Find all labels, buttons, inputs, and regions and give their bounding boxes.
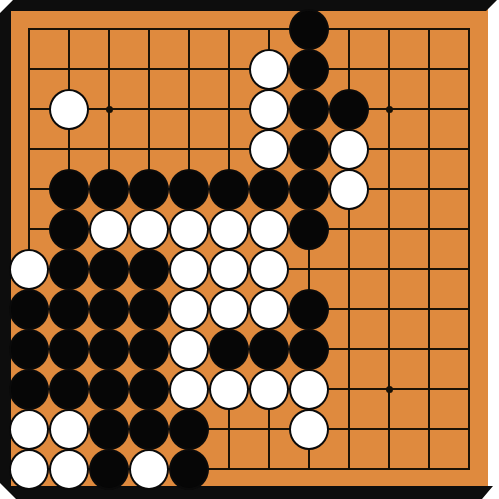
intersection-r1-c8[interactable]: ● [289,9,329,49]
intersection-r7-c6[interactable]: ○ [209,249,249,289]
black-stone: ● [289,129,329,170]
intersection-r4-c7[interactable]: ○ [249,129,289,169]
intersection-r8-c4[interactable]: ● [129,289,169,329]
intersection-r3-c1[interactable] [9,89,49,129]
white-stone: ○ [169,249,209,290]
intersection-r1-c10[interactable] [369,9,409,49]
intersection-r10-c6[interactable]: ○ [209,369,249,409]
intersection-r7-c12[interactable] [449,249,489,289]
intersection-r11-c10[interactable] [369,409,409,449]
go-board: ●○●○○●●○●○●●●●●●●○●○○○○○●○●●●○○○●●●●○○○●… [9,9,489,489]
white-stone: ○ [289,409,329,450]
black-stone: ● [49,369,89,410]
black-stone: ● [249,329,289,370]
intersection-r3-c3[interactable] [89,89,129,129]
intersection-r2-c10[interactable] [369,49,409,89]
black-stone: ● [49,169,89,210]
intersection-r7-c10[interactable] [369,249,409,289]
white-stone: ○ [129,209,169,250]
black-stone: ● [169,169,209,210]
white-stone: ○ [49,89,89,130]
go-app-window: ●○●○○●●○●○●●●●●●●○●○○○○○●○●●●○○○●●●●○○○●… [0,0,499,499]
intersection-r3-c7[interactable]: ○ [249,89,289,129]
white-stone: ○ [9,449,49,490]
black-stone: ● [49,289,89,330]
white-stone: ○ [249,369,289,410]
black-stone: ● [9,329,49,370]
intersection-r5-c4[interactable]: ● [129,169,169,209]
intersection-r8-c11[interactable] [409,289,449,329]
intersection-r5-c5[interactable]: ● [169,169,209,209]
intersection-r9-c4[interactable]: ● [129,329,169,369]
intersection-r11-c4[interactable]: ● [129,409,169,449]
white-stone: ○ [249,89,289,130]
intersection-r10-c9[interactable] [329,369,369,409]
black-stone: ● [329,89,369,130]
intersection-r2-c11[interactable] [409,49,449,89]
intersection-r11-c7[interactable] [249,409,289,449]
white-stone: ○ [169,369,209,410]
black-stone: ● [89,449,129,490]
intersection-r11-c11[interactable] [409,409,449,449]
intersection-r9-c7[interactable]: ● [249,329,289,369]
black-stone: ● [129,249,169,290]
intersection-r2-c2[interactable] [49,49,89,89]
intersection-r10-c12[interactable] [449,369,489,409]
intersection-r9-c2[interactable]: ● [49,329,89,369]
black-stone: ● [289,289,329,330]
intersection-r12-c7[interactable] [249,449,289,489]
black-stone: ● [89,289,129,330]
intersection-r1-c1[interactable] [9,9,49,49]
white-stone: ○ [89,209,129,250]
intersection-r6-c10[interactable] [369,209,409,249]
intersection-r7-c7[interactable]: ○ [249,249,289,289]
intersection-r9-c3[interactable]: ● [89,329,129,369]
intersection-r4-c5[interactable] [169,129,209,169]
white-stone: ○ [249,129,289,170]
black-stone: ● [89,249,129,290]
intersection-r12-c8[interactable] [289,449,329,489]
intersection-r8-c5[interactable]: ○ [169,289,209,329]
black-stone: ● [169,449,209,490]
black-stone: ● [169,409,209,450]
black-stone: ● [89,169,129,210]
intersection-r5-c2[interactable]: ● [49,169,89,209]
intersection-r8-c10[interactable] [369,289,409,329]
black-stone: ● [289,169,329,210]
intersection-r1-c2[interactable] [49,9,89,49]
intersection-r11-c12[interactable] [449,409,489,449]
black-stone: ● [89,369,129,410]
intersection-r8-c6[interactable]: ○ [209,289,249,329]
intersection-r5-c1[interactable] [9,169,49,209]
intersection-r11-c2[interactable]: ○ [49,409,89,449]
white-stone: ○ [209,289,249,330]
intersection-r4-c10[interactable] [369,129,409,169]
white-stone: ○ [49,449,89,490]
intersection-r11-c5[interactable]: ● [169,409,209,449]
black-stone: ● [209,169,249,210]
intersection-r10-c4[interactable]: ● [129,369,169,409]
intersection-r2-c4[interactable] [129,49,169,89]
intersection-r4-c2[interactable] [49,129,89,169]
white-stone: ○ [169,289,209,330]
intersection-r7-c5[interactable]: ○ [169,249,209,289]
intersection-r10-c1[interactable]: ● [9,369,49,409]
intersection-r7-c3[interactable]: ● [89,249,129,289]
black-stone: ● [49,209,89,250]
white-stone: ○ [329,169,369,210]
intersection-r10-c3[interactable]: ● [89,369,129,409]
intersection-r10-c10[interactable] [369,369,409,409]
intersection-r10-c5[interactable]: ○ [169,369,209,409]
white-stone: ○ [249,289,289,330]
intersection-r3-c5[interactable] [169,89,209,129]
intersection-r8-c3[interactable]: ● [89,289,129,329]
intersection-r1-c11[interactable] [409,9,449,49]
intersection-r3-c4[interactable] [129,89,169,129]
intersection-r9-c6[interactable]: ● [209,329,249,369]
black-stone: ● [289,9,329,50]
white-stone: ○ [49,409,89,450]
intersection-r7-c4[interactable]: ● [129,249,169,289]
intersection-r5-c8[interactable]: ● [289,169,329,209]
intersection-r10-c2[interactable]: ● [49,369,89,409]
intersection-r12-c1[interactable]: ○ [9,449,49,489]
intersection-r4-c3[interactable] [89,129,129,169]
intersection-r8-c7[interactable]: ○ [249,289,289,329]
intersection-r1-c3[interactable] [89,9,129,49]
intersection-r12-c2[interactable]: ○ [49,449,89,489]
intersection-r7-c2[interactable]: ● [49,249,89,289]
intersection-r7-c9[interactable] [329,249,369,289]
white-stone: ○ [169,209,209,250]
intersection-r10-c8[interactable]: ○ [289,369,329,409]
black-stone: ● [89,409,129,450]
intersection-r11-c1[interactable]: ○ [9,409,49,449]
black-stone: ● [129,289,169,330]
black-stone: ● [289,49,329,90]
intersection-r4-c11[interactable] [409,129,449,169]
intersection-r3-c6[interactable] [209,89,249,129]
intersection-r4-c4[interactable] [129,129,169,169]
black-stone: ● [289,209,329,250]
white-stone: ○ [329,129,369,170]
intersection-r2-c5[interactable] [169,49,209,89]
intersection-r9-c9[interactable] [329,329,369,369]
intersection-r6-c12[interactable] [449,209,489,249]
intersection-r9-c8[interactable]: ● [289,329,329,369]
intersection-r1-c5[interactable] [169,9,209,49]
intersection-r6-c6[interactable]: ○ [209,209,249,249]
intersection-r1-c7[interactable] [249,9,289,49]
board-grid: ●○●○○●●○●○●●●●●●●○●○○○○○●○●●●○○○●●●●○○○●… [9,9,489,489]
intersection-r12-c9[interactable] [329,449,369,489]
intersection-r4-c8[interactable]: ● [289,129,329,169]
black-stone: ● [209,329,249,370]
intersection-r6-c8[interactable]: ● [289,209,329,249]
intersection-r2-c9[interactable] [329,49,369,89]
intersection-r8-c8[interactable]: ● [289,289,329,329]
intersection-r5-c12[interactable] [449,169,489,209]
intersection-r3-c11[interactable] [409,89,449,129]
intersection-r3-c12[interactable] [449,89,489,129]
intersection-r1-c4[interactable] [129,9,169,49]
black-stone: ● [129,369,169,410]
white-stone: ○ [9,249,49,290]
intersection-r9-c10[interactable] [369,329,409,369]
intersection-r9-c5[interactable]: ○ [169,329,209,369]
intersection-r1-c9[interactable] [329,9,369,49]
intersection-r11-c8[interactable]: ○ [289,409,329,449]
intersection-r6-c11[interactable] [409,209,449,249]
intersection-r12-c3[interactable]: ● [89,449,129,489]
white-stone: ○ [9,409,49,450]
intersection-r7-c11[interactable] [409,249,449,289]
intersection-r8-c2[interactable]: ● [49,289,89,329]
black-stone: ● [129,169,169,210]
black-stone: ● [129,409,169,450]
intersection-r12-c12[interactable] [449,449,489,489]
intersection-r2-c6[interactable] [209,49,249,89]
intersection-r11-c6[interactable] [209,409,249,449]
intersection-r9-c11[interactable] [409,329,449,369]
intersection-r5-c11[interactable] [409,169,449,209]
intersection-r4-c9[interactable]: ○ [329,129,369,169]
intersection-r5-c10[interactable] [369,169,409,209]
intersection-r10-c11[interactable] [409,369,449,409]
black-stone: ● [129,329,169,370]
intersection-r12-c4[interactable]: ○ [129,449,169,489]
intersection-r2-c8[interactable]: ● [289,49,329,89]
intersection-r5-c3[interactable]: ● [89,169,129,209]
intersection-r4-c6[interactable] [209,129,249,169]
intersection-r12-c6[interactable] [209,449,249,489]
intersection-r9-c12[interactable] [449,329,489,369]
intersection-r6-c4[interactable]: ○ [129,209,169,249]
white-stone: ○ [169,329,209,370]
intersection-r2-c1[interactable] [9,49,49,89]
black-stone: ● [49,329,89,370]
black-stone: ● [289,329,329,370]
intersection-r3-c9[interactable]: ● [329,89,369,129]
intersection-r12-c10[interactable] [369,449,409,489]
intersection-r5-c9[interactable]: ○ [329,169,369,209]
intersection-r6-c5[interactable]: ○ [169,209,209,249]
white-stone: ○ [209,369,249,410]
intersection-r12-c5[interactable]: ● [169,449,209,489]
intersection-r6-c9[interactable] [329,209,369,249]
black-stone: ● [249,169,289,210]
intersection-r11-c3[interactable]: ● [89,409,129,449]
intersection-r8-c12[interactable] [449,289,489,329]
intersection-r3-c2[interactable]: ○ [49,89,89,129]
intersection-r3-c8[interactable]: ● [289,89,329,129]
intersection-r2-c12[interactable] [449,49,489,89]
intersection-r6-c2[interactable]: ● [49,209,89,249]
black-stone: ● [289,89,329,130]
intersection-r1-c12[interactable] [449,9,489,49]
intersection-r8-c1[interactable]: ● [9,289,49,329]
intersection-r2-c7[interactable]: ○ [249,49,289,89]
intersection-r3-c10[interactable] [369,89,409,129]
intersection-r12-c11[interactable] [409,449,449,489]
white-stone: ○ [249,249,289,290]
intersection-r6-c3[interactable]: ○ [89,209,129,249]
intersection-r7-c1[interactable]: ○ [9,249,49,289]
black-stone: ● [9,289,49,330]
black-stone: ● [49,249,89,290]
white-stone: ○ [209,249,249,290]
intersection-r11-c9[interactable] [329,409,369,449]
intersection-r4-c1[interactable] [9,129,49,169]
intersection-r5-c7[interactable]: ● [249,169,289,209]
white-stone: ○ [249,209,289,250]
black-stone: ● [89,329,129,370]
intersection-r7-c8[interactable] [289,249,329,289]
white-stone: ○ [249,49,289,90]
intersection-r10-c7[interactable]: ○ [249,369,289,409]
intersection-r4-c12[interactable] [449,129,489,169]
intersection-r9-c1[interactable]: ● [9,329,49,369]
white-stone: ○ [209,209,249,250]
intersection-r2-c3[interactable] [89,49,129,89]
intersection-r5-c6[interactable]: ● [209,169,249,209]
black-stone: ● [9,369,49,410]
intersection-r1-c6[interactable] [209,9,249,49]
intersection-r6-c1[interactable] [9,209,49,249]
white-stone: ○ [289,369,329,410]
intersection-r8-c9[interactable] [329,289,369,329]
white-stone: ○ [129,449,169,490]
intersection-r6-c7[interactable]: ○ [249,209,289,249]
